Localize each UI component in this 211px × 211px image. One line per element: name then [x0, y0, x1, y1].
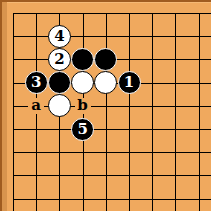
stone-white-move-2: 2 — [48, 48, 71, 71]
grid-line-horizontal — [13, 129, 211, 130]
stone-move-number: 3 — [31, 75, 41, 90]
stone-move-number: 4 — [54, 29, 64, 44]
grid-line-vertical — [152, 13, 153, 211]
grid-line-vertical — [129, 13, 130, 211]
stone-white-move-4: 4 — [48, 25, 71, 48]
stone-move-number: 5 — [77, 122, 87, 137]
grid-line-horizontal — [13, 13, 211, 14]
stone-move-number: 2 — [54, 52, 64, 67]
board-frame-top-highlight — [2, 2, 211, 3]
grid-line-vertical — [106, 13, 107, 211]
stone-move-number: 1 — [124, 75, 134, 90]
grid-line-horizontal — [13, 175, 211, 176]
grid-line-vertical — [175, 13, 176, 211]
grid-line-horizontal — [13, 152, 211, 153]
stone-black — [94, 48, 117, 71]
stone-white — [94, 71, 117, 94]
go-board-diagram: ab42315 — [0, 0, 211, 211]
grid-line-vertical — [199, 13, 200, 211]
board-frame-left-shade — [2, 2, 7, 211]
grid-line-horizontal — [13, 36, 211, 37]
stone-black — [48, 71, 71, 94]
grid-line-horizontal — [13, 199, 211, 200]
stone-black-move-5: 5 — [71, 118, 94, 141]
stone-black — [71, 48, 94, 71]
stone-black-move-3: 3 — [25, 71, 48, 94]
point-label-a: a — [28, 98, 44, 114]
stone-black-move-1: 1 — [118, 71, 141, 94]
stone-white — [48, 94, 71, 117]
stone-white — [71, 71, 94, 94]
grid-line-vertical — [13, 13, 14, 211]
point-label-b: b — [75, 98, 91, 114]
